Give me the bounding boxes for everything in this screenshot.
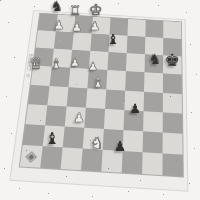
piece-black-pawn-e2[interactable]: ♟	[114, 139, 127, 153]
chessboard-photo: ◈ © CHESS ♞♜♚♟♟♟♝♞♚♛♝♟♟♝♟♟♝♞♟	[0, 0, 200, 200]
photo-grain	[0, 0, 1, 1]
piece-black-bishop-e7[interactable]: ♝	[107, 32, 120, 46]
piece-white-bishop-b5[interactable]: ♝	[50, 57, 62, 70]
piece-white-pawn-b7[interactable]: ♟	[54, 19, 65, 31]
piece-white-king-d8[interactable]: ♚	[89, 3, 102, 18]
piece-black-king-h6[interactable]: ♚	[164, 52, 179, 69]
piece-white-pawn-c5[interactable]: ♟	[70, 57, 80, 68]
piece-white-knight-d2[interactable]: ♞	[89, 135, 106, 153]
piece-white-rook-c8[interactable]: ♜	[69, 4, 81, 17]
piece-black-pawn-f4[interactable]: ♟	[129, 102, 141, 115]
piece-white-pawn-d7[interactable]: ♟	[90, 20, 101, 32]
piece-black-knight-g6[interactable]: ♞	[149, 52, 162, 66]
piece-black-knight-b8[interactable]: ♞	[51, 0, 64, 13]
piece-white-pawn-d6[interactable]: ♟	[88, 61, 98, 72]
piece-white-pawn-c7[interactable]: ♟	[72, 21, 83, 33]
pieces-layer: ♞♜♚♟♟♟♝♞♚♛♝♟♟♝♟♟♝♞♟	[0, 0, 200, 200]
piece-black-bishop-b2[interactable]: ♝	[45, 131, 59, 147]
piece-white-queen-a5[interactable]: ♛	[29, 56, 43, 72]
piece-white-pawn-c3[interactable]: ♟	[73, 111, 85, 124]
piece-white-bishop-d4[interactable]: ♝	[92, 75, 105, 89]
